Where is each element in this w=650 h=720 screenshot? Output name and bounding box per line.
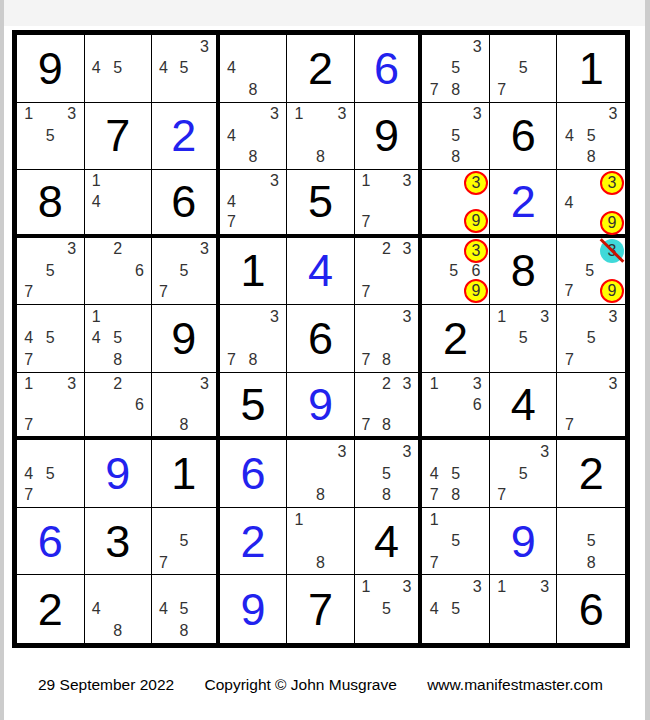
cell-r3c1[interactable]: 8 — [17, 170, 85, 238]
candidate-slot-2 — [40, 239, 62, 261]
cell-r1c5[interactable]: 2 — [287, 35, 355, 103]
candidate-slot-7 — [558, 211, 579, 235]
cell-r7c6[interactable]: 358 — [355, 440, 423, 508]
candidate-slot-4 — [491, 463, 513, 485]
candidate-slot-1 — [221, 104, 243, 126]
candidate-slot-5: 5 — [40, 328, 62, 350]
candidate-slot-1 — [423, 576, 445, 598]
candidate-slot-5 — [242, 192, 264, 213]
candidate-slot-9 — [602, 349, 624, 371]
candidate-slot-5: 5 — [376, 463, 397, 485]
candidate-slot-1 — [356, 374, 377, 395]
cell-r5c6[interactable]: 378 — [355, 305, 423, 373]
candidate-slot-3 — [61, 306, 83, 328]
cell-r9c7[interactable]: 345 — [422, 575, 490, 643]
candidate-slot-9 — [397, 212, 418, 233]
highlight-circle-9: 9 — [464, 279, 488, 303]
candidate-slot-6 — [397, 463, 418, 485]
candidate-slot-8: 8 — [376, 349, 397, 371]
candidate-slot-1 — [221, 306, 243, 328]
candidate-slot-3: 3 — [397, 239, 418, 261]
cell-r3c7[interactable]: 39 — [422, 170, 490, 238]
candidate-slot-1: 1 — [18, 104, 40, 126]
candidate-slot-8: 8 — [174, 415, 195, 436]
candidate-slot-3: 3 — [331, 104, 353, 126]
candidate-slot-5 — [107, 598, 129, 620]
candidate-slot-2 — [580, 104, 602, 126]
candidate-slot-6 — [600, 263, 624, 280]
elimination-slash-icon — [600, 238, 625, 263]
candidate-slot-4: 4 — [86, 328, 108, 350]
cell-r8c3[interactable]: 57 — [152, 508, 220, 576]
cell-r6c4[interactable]: 5 — [220, 373, 288, 441]
candidate-slot-4 — [86, 260, 108, 282]
cell-r2c4[interactable]: 348 — [220, 103, 288, 171]
cell-r3c3[interactable]: 6 — [152, 170, 220, 238]
candidate-slot-4: 4 — [423, 463, 445, 485]
candidate-slot-1 — [356, 306, 377, 328]
candidate-slot-4: 4 — [86, 598, 108, 620]
highlight-circle-3: 3 — [464, 239, 488, 263]
candidate-slot-8: 8 — [445, 147, 467, 169]
candidate-slot-8 — [40, 415, 62, 436]
cell-r7c5[interactable]: 38 — [287, 440, 355, 508]
cell-r2c9[interactable]: 3458 — [557, 103, 625, 171]
candidate-slot-1 — [221, 36, 243, 58]
cell-r2c2[interactable]: 7 — [85, 103, 153, 171]
candidate-slot-5: 5 — [445, 58, 467, 80]
candidate-slot-5 — [242, 58, 264, 80]
cell-r1c7[interactable]: 3578 — [422, 35, 490, 103]
cell-r3c4[interactable]: 347 — [220, 170, 288, 238]
cell-r4c5[interactable]: 4 — [287, 238, 355, 306]
candidates-grid: 3458 — [558, 104, 624, 169]
candidate-slot-5: 5 — [40, 125, 62, 147]
cell-r4c2[interactable]: 26 — [85, 238, 153, 306]
candidate-slot-2 — [444, 239, 464, 263]
candidate-slot-8 — [512, 620, 534, 642]
candidate-slot-8 — [242, 212, 264, 233]
candidate-slot-7: 7 — [221, 212, 243, 233]
cell-r4c3[interactable]: 357 — [152, 238, 220, 306]
candidate-slot-8 — [512, 79, 534, 101]
candidate-slot-9 — [129, 79, 151, 101]
digit-2: 2 — [17, 575, 84, 643]
candidate-slot-9 — [534, 79, 556, 101]
cell-r6c2[interactable]: 26 — [85, 373, 153, 441]
candidate-slot-3 — [194, 509, 215, 531]
candidate-slot-7 — [423, 279, 443, 303]
candidate-slot-6 — [129, 598, 151, 620]
candidate-slot-6 — [466, 463, 488, 485]
candidate-slot-9: 9 — [600, 211, 624, 235]
cell-r7c1[interactable]: 457 — [17, 440, 85, 508]
candidate-slot-9 — [264, 79, 286, 101]
candidate-slot-3: 3 — [464, 171, 488, 195]
candidate-slot-9 — [129, 415, 151, 436]
candidate-slot-9 — [534, 349, 556, 371]
candidate-slot-5: 5 — [174, 598, 195, 620]
candidate-slot-3: 3 — [466, 576, 488, 598]
candidate-slot-3: 3 — [397, 576, 418, 598]
candidate-slot-6 — [129, 328, 151, 350]
candidate-slot-4: 4 — [86, 58, 108, 80]
candidate-slot-3: 3 — [466, 374, 488, 395]
candidate-slot-3: 3 — [194, 374, 215, 395]
cell-r4c4[interactable]: 1 — [220, 238, 288, 306]
candidate-slot-2 — [40, 374, 62, 395]
cell-r5c2[interactable]: 1458 — [85, 305, 153, 373]
candidates-grid: 13 — [491, 576, 556, 642]
candidate-slot-5: 5 — [376, 598, 397, 620]
candidates-grid: 1458 — [86, 306, 151, 371]
candidate-slot-4: 4 — [86, 192, 108, 213]
candidate-slot-6 — [264, 328, 286, 350]
cell-r9c1[interactable]: 2 — [17, 575, 85, 643]
candidates-grid: 39 — [423, 171, 488, 233]
digit-2: 2 — [152, 103, 216, 170]
candidate-slot-8: 8 — [376, 415, 397, 436]
elimination-circle-3: 3 — [600, 239, 624, 263]
candidate-slot-1: 1 — [356, 171, 377, 192]
digit-7: 7 — [85, 103, 152, 170]
candidate-slot-1: 1 — [491, 576, 513, 598]
cell-r8c9[interactable]: 58 — [557, 508, 625, 576]
candidate-slot-6 — [61, 328, 83, 350]
cell-r5c3[interactable]: 9 — [152, 305, 220, 373]
candidate-slot-8 — [376, 212, 397, 233]
candidate-slot-2 — [444, 171, 464, 195]
candidate-slot-6 — [264, 125, 286, 147]
candidate-slot-9 — [466, 415, 488, 436]
candidate-slot-9 — [397, 620, 418, 642]
cell-r9c2[interactable]: 48 — [85, 575, 153, 643]
candidate-slot-9 — [194, 552, 215, 574]
candidate-slot-2 — [376, 171, 397, 192]
digit-9: 9 — [355, 103, 419, 170]
candidate-slot-9 — [194, 282, 215, 304]
candidate-slot-2 — [512, 441, 534, 463]
candidate-slot-7: 7 — [153, 552, 174, 574]
candidate-slot-5: 5 — [512, 58, 534, 80]
cell-r5c7[interactable]: 2 — [422, 305, 490, 373]
candidate-slot-4 — [288, 125, 310, 147]
cell-r6c8[interactable]: 4 — [490, 373, 558, 441]
candidate-slot-2 — [242, 171, 264, 192]
candidate-slot-6 — [129, 192, 151, 213]
cell-r1c4[interactable]: 48 — [220, 35, 288, 103]
candidate-slot-9 — [602, 552, 624, 574]
cell-r8c2[interactable]: 3 — [85, 508, 153, 576]
candidate-slot-4 — [356, 598, 377, 620]
candidate-slot-7 — [221, 79, 243, 101]
cell-r2c7[interactable]: 358 — [422, 103, 490, 171]
cell-r3c6[interactable]: 137 — [355, 170, 423, 238]
cell-r5c4[interactable]: 378 — [220, 305, 288, 373]
digit-3: 3 — [85, 508, 152, 575]
candidate-slot-1 — [423, 239, 443, 263]
cell-r9c9[interactable]: 6 — [557, 575, 625, 643]
candidate-slot-8: 8 — [107, 349, 129, 371]
cell-r1c1[interactable]: 9 — [17, 35, 85, 103]
candidate-slot-4 — [423, 263, 443, 280]
digit-8: 8 — [17, 170, 84, 234]
cell-r1c6[interactable]: 6 — [355, 35, 423, 103]
candidate-slot-7: 7 — [558, 349, 580, 371]
candidate-slot-3: 3 — [464, 239, 488, 263]
candidate-slot-8 — [376, 282, 397, 304]
candidate-slot-2 — [174, 576, 195, 598]
cell-r9c5[interactable]: 7 — [287, 575, 355, 643]
candidate-slot-3 — [61, 441, 83, 463]
candidate-slot-8 — [512, 484, 534, 506]
candidate-slot-9 — [466, 79, 488, 101]
candidate-slot-2 — [512, 36, 534, 58]
candidate-slot-8: 8 — [580, 552, 602, 574]
candidates-grid: 3579 — [558, 239, 624, 304]
candidates-grid: 26 — [86, 374, 151, 436]
footer-website: www.manifestmaster.com — [427, 676, 603, 693]
candidate-slot-4 — [356, 260, 377, 282]
cell-r6c5[interactable]: 9 — [287, 373, 355, 441]
cell-r9c6[interactable]: 135 — [355, 575, 423, 643]
candidate-slot-4: 4 — [221, 192, 243, 213]
candidate-slot-8: 8 — [310, 484, 332, 506]
candidate-slot-4: 4 — [221, 125, 243, 147]
cell-r6c3[interactable]: 38 — [152, 373, 220, 441]
candidate-slot-4: 4 — [18, 463, 40, 485]
candidate-slot-3: 3 — [602, 374, 624, 395]
candidate-slot-5 — [376, 260, 397, 282]
candidates-grid: 357 — [18, 239, 83, 304]
candidates-grid: 38 — [153, 374, 215, 436]
candidate-slot-3 — [466, 441, 488, 463]
candidate-slot-8 — [444, 209, 464, 233]
candidate-slot-2 — [107, 36, 129, 58]
candidate-slot-1 — [423, 441, 445, 463]
candidate-slot-2: 2 — [376, 239, 397, 261]
cell-r5c1[interactable]: 457 — [17, 305, 85, 373]
candidates-grid: 458 — [153, 576, 215, 642]
cell-r9c3[interactable]: 458 — [152, 575, 220, 643]
candidate-slot-6 — [534, 598, 556, 620]
cell-r2c8[interactable]: 6 — [490, 103, 558, 171]
cell-r8c5[interactable]: 18 — [287, 508, 355, 576]
candidate-slot-9 — [61, 349, 83, 371]
cell-r2c3[interactable]: 2 — [152, 103, 220, 171]
cell-r7c4[interactable]: 6 — [220, 440, 288, 508]
candidate-slot-2: 2 — [376, 374, 397, 395]
candidate-slot-4 — [423, 125, 445, 147]
cell-r6c1[interactable]: 137 — [17, 373, 85, 441]
candidate-slot-2 — [174, 36, 195, 58]
candidate-slot-7: 7 — [221, 349, 243, 371]
cell-r9c8[interactable]: 13 — [490, 575, 558, 643]
cell-r8c8[interactable]: 9 — [490, 508, 558, 576]
candidate-slot-7 — [356, 620, 377, 642]
cell-r2c6[interactable]: 9 — [355, 103, 423, 171]
cell-r3c8[interactable]: 2 — [490, 170, 558, 238]
candidate-slot-1: 1 — [491, 306, 513, 328]
cell-r1c2[interactable]: 45 — [85, 35, 153, 103]
cell-r2c5[interactable]: 138 — [287, 103, 355, 171]
candidate-slot-7 — [423, 415, 445, 436]
candidate-slot-9 — [602, 415, 624, 436]
candidate-slot-9 — [331, 552, 353, 574]
cell-r7c7[interactable]: 4578 — [422, 440, 490, 508]
highlight-circle-9: 9 — [600, 279, 624, 303]
candidate-slot-1 — [423, 104, 445, 126]
candidate-slot-5 — [174, 394, 195, 415]
sudoku-board: 9453454826357857113572348138935863458814… — [12, 30, 630, 648]
candidates-grid: 358 — [423, 104, 488, 169]
cell-r6c7[interactable]: 136 — [422, 373, 490, 441]
cell-r4c1[interactable]: 357 — [17, 238, 85, 306]
cell-r3c2[interactable]: 14 — [85, 170, 153, 238]
candidate-slot-6 — [602, 328, 624, 350]
candidate-slot-8: 8 — [107, 620, 129, 642]
candidate-slot-9 — [466, 552, 488, 574]
candidate-slot-7: 7 — [356, 415, 377, 436]
candidate-slot-4 — [423, 195, 443, 209]
candidate-slot-1 — [558, 374, 580, 395]
cell-r8c7[interactable]: 157 — [422, 508, 490, 576]
cell-r1c8[interactable]: 57 — [490, 35, 558, 103]
candidate-slot-2 — [40, 306, 62, 328]
candidates-grid: 4578 — [423, 441, 488, 506]
candidate-slot-2: 2 — [107, 239, 129, 261]
digit-2: 2 — [490, 170, 557, 234]
candidate-slot-1: 1 — [288, 509, 310, 531]
digit-5: 5 — [220, 373, 287, 437]
candidate-slot-7 — [153, 415, 174, 436]
candidate-slot-2 — [580, 509, 602, 531]
cell-r7c8[interactable]: 357 — [490, 440, 558, 508]
cell-r5c9[interactable]: 357 — [557, 305, 625, 373]
digit-2: 2 — [557, 440, 625, 507]
candidate-slot-6 — [331, 530, 353, 552]
candidates-grid: 3578 — [423, 36, 488, 101]
candidate-slot-2 — [242, 36, 264, 58]
cell-r3c9[interactable]: 349 — [557, 170, 625, 238]
candidate-slot-7 — [86, 620, 108, 642]
candidate-slot-6 — [331, 463, 353, 485]
candidate-slot-4: 4 — [18, 328, 40, 350]
candidate-slot-7: 7 — [491, 484, 513, 506]
candidate-slot-8: 8 — [580, 147, 602, 169]
candidates-grid: 345 — [423, 576, 488, 642]
candidate-slot-3: 3 — [602, 306, 624, 328]
candidate-slot-7: 7 — [423, 79, 445, 101]
candidate-slot-9 — [61, 282, 83, 304]
candidate-slot-2 — [310, 509, 332, 531]
candidate-slot-7: 7 — [18, 282, 40, 304]
candidate-slot-8 — [579, 211, 600, 235]
cell-r7c9[interactable]: 2 — [557, 440, 625, 508]
candidate-slot-2 — [580, 374, 602, 395]
cell-r2c1[interactable]: 135 — [17, 103, 85, 171]
highlight-circle-3: 3 — [600, 171, 624, 195]
candidate-slot-9 — [264, 212, 286, 233]
cell-r7c2[interactable]: 9 — [85, 440, 153, 508]
cell-r4c8[interactable]: 8 — [490, 238, 558, 306]
candidate-slot-3: 3 — [61, 239, 83, 261]
cell-r4c6[interactable]: 237 — [355, 238, 423, 306]
candidate-slot-5: 5 — [580, 530, 602, 552]
candidate-slot-4: 4 — [153, 598, 174, 620]
candidate-slot-2 — [579, 171, 600, 195]
candidate-slot-1 — [356, 239, 377, 261]
cell-r4c9[interactable]: 3579 — [557, 238, 625, 306]
candidate-slot-2 — [445, 104, 467, 126]
candidate-slot-5: 5 — [444, 263, 464, 280]
candidate-slot-3: 3 — [61, 374, 83, 395]
cell-r6c6[interactable]: 2378 — [355, 373, 423, 441]
candidate-slot-1 — [18, 441, 40, 463]
cell-r5c8[interactable]: 135 — [490, 305, 558, 373]
candidate-slot-1: 1 — [423, 374, 445, 395]
candidate-slot-2 — [445, 374, 467, 395]
cell-r8c6[interactable]: 4 — [355, 508, 423, 576]
candidates-grid: 457 — [18, 306, 83, 371]
cell-r1c3[interactable]: 345 — [152, 35, 220, 103]
candidate-slot-8 — [107, 79, 129, 101]
candidate-slot-8: 8 — [174, 620, 195, 642]
candidate-slot-7 — [153, 79, 174, 101]
cell-r1c9[interactable]: 1 — [557, 35, 625, 103]
cell-r5c5[interactable]: 6 — [287, 305, 355, 373]
candidate-slot-1: 1 — [18, 374, 40, 395]
cell-r7c3[interactable]: 1 — [152, 440, 220, 508]
candidate-slot-3: 3 — [264, 306, 286, 328]
candidate-slot-9 — [534, 620, 556, 642]
cell-r4c7[interactable]: 3569 — [422, 238, 490, 306]
candidate-slot-5: 5 — [445, 598, 467, 620]
candidate-slot-4: 4 — [221, 58, 243, 80]
candidates-grid: 18 — [288, 509, 353, 574]
digit-6: 6 — [152, 170, 216, 234]
candidates-grid: 358 — [356, 441, 418, 506]
cell-r3c5[interactable]: 5 — [287, 170, 355, 238]
candidate-slot-8 — [580, 415, 602, 436]
candidate-slot-2 — [40, 441, 62, 463]
candidate-slot-4 — [558, 328, 580, 350]
candidates-grid: 14 — [86, 171, 151, 233]
candidate-slot-3: 3 — [397, 441, 418, 463]
candidate-slot-4 — [356, 394, 377, 415]
candidate-slot-8: 8 — [310, 147, 332, 169]
candidate-slot-5: 5 — [174, 58, 195, 80]
cell-r8c4[interactable]: 2 — [220, 508, 288, 576]
candidate-slot-9 — [194, 79, 215, 101]
candidate-slot-8: 8 — [445, 484, 467, 506]
cell-r8c1[interactable]: 6 — [17, 508, 85, 576]
candidates-grid: 137 — [18, 374, 83, 436]
candidate-slot-6 — [466, 598, 488, 620]
candidate-slot-3 — [194, 576, 215, 598]
candidate-slot-4 — [423, 58, 445, 80]
candidates-grid: 378 — [221, 306, 286, 371]
candidate-slot-7: 7 — [423, 552, 445, 574]
candidate-slot-4: 4 — [558, 125, 580, 147]
cell-r9c4[interactable]: 9 — [220, 575, 288, 643]
candidate-slot-5: 5 — [174, 530, 195, 552]
cell-r6c9[interactable]: 37 — [557, 373, 625, 441]
candidate-slot-7: 7 — [558, 415, 580, 436]
candidate-slot-6 — [600, 195, 624, 211]
candidate-slot-8: 8 — [242, 147, 264, 169]
digit-9: 9 — [17, 35, 84, 102]
